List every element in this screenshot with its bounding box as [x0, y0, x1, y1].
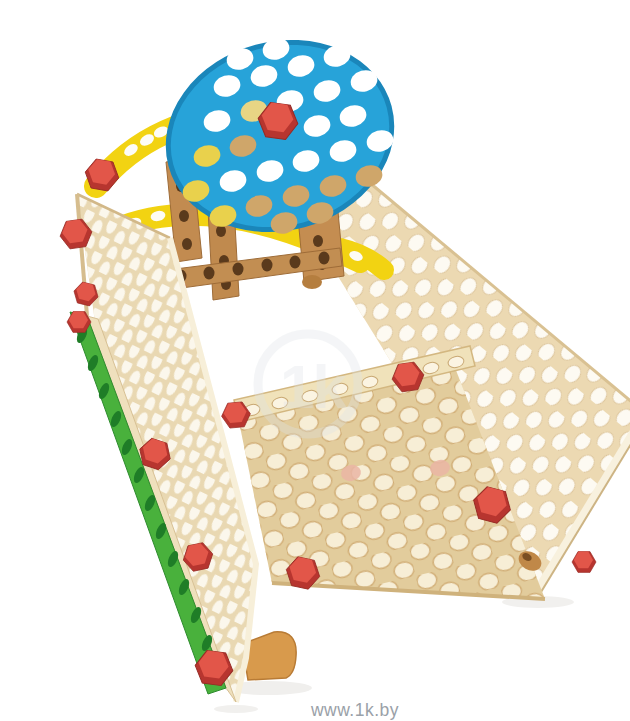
red-nut-right-wall-edge — [572, 552, 596, 573]
wooden-peg-back — [302, 275, 322, 289]
watermark-logo: 1k — [258, 334, 358, 434]
watermark-url-text: www.1k.by — [310, 700, 399, 720]
product-photo-wooden-construction-set: 1k www.1k.by — [40, 16, 630, 721]
toy-structure-illustration: 1k www.1k.by — [40, 16, 630, 721]
watermark-logo-text: 1k — [280, 352, 347, 421]
